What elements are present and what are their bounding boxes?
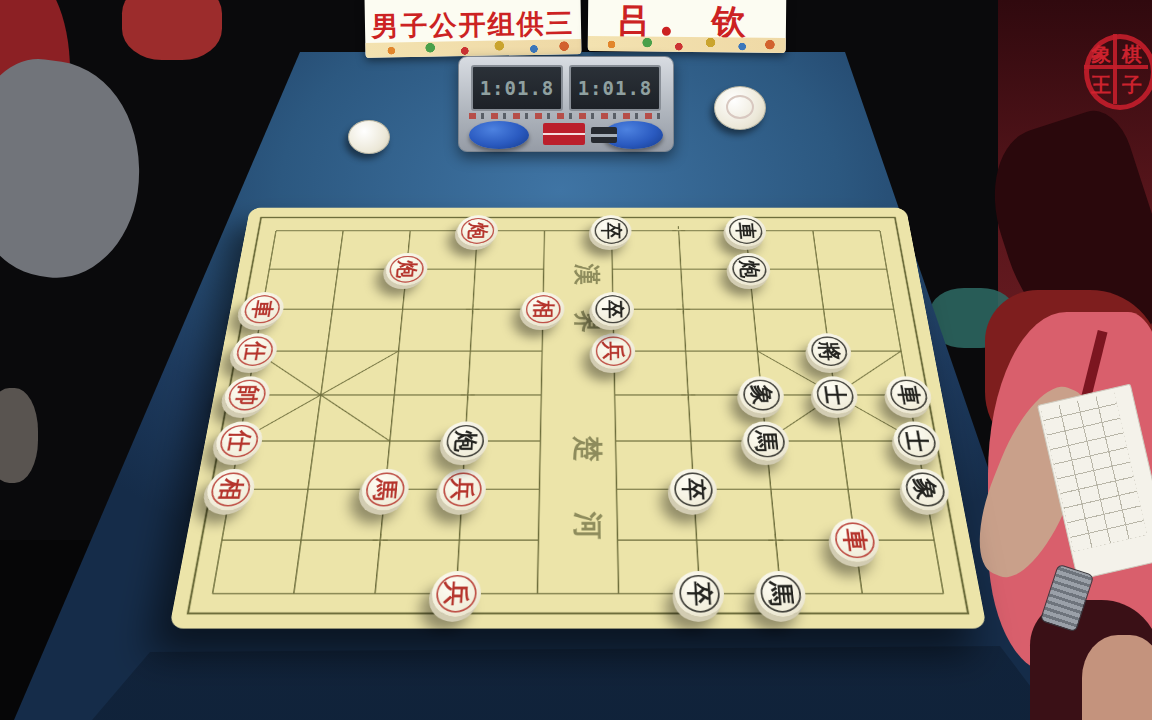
piece-character: 士 [903,431,931,452]
name-plate-right: 吕 钦 [588,0,787,53]
piece-character: 士 [822,385,848,405]
piece-character: 仕 [225,431,253,452]
svg-text:漢: 漢 [572,263,603,286]
piece-character: 仕 [242,342,269,361]
piece-character: 卒 [602,300,625,318]
player-right-knee [1082,635,1152,720]
seal-char: 棋 [1122,41,1142,68]
piece-character: 卒 [686,581,714,606]
piece-character: 卒 [681,478,707,500]
piece-character: 車 [895,385,922,405]
piece-character: 馬 [753,431,779,452]
piece-character: 相 [531,300,554,318]
spectator-hand-left [0,388,38,483]
piece-character: 車 [249,300,275,318]
name-plate-left: 男子公开组供三 [364,0,581,58]
piece-character: 象 [911,478,940,500]
piece-character: 將 [816,342,842,361]
piece-character: 炮 [738,260,762,278]
seal-cross [1113,34,1117,104]
piece-character: 車 [841,529,870,552]
xiangqi-piece-red[interactable]: 相 [521,292,564,326]
piece-character: 帥 [234,385,261,405]
piece-character: 炮 [394,260,418,278]
piece-character: 馬 [767,581,796,606]
piece-character: 相 [216,478,245,500]
seal-char: 象 [1091,41,1111,68]
piece-character: 炮 [466,222,489,239]
piece-character: 兵 [602,342,626,361]
red-dot-decoration [662,27,671,36]
svg-text:楚: 楚 [571,435,605,462]
confetti-decoration [588,36,786,53]
board-grid: 漢界楚河 [169,208,987,629]
broadcast-seal-logo: 象 棋 王 子 [1082,22,1150,114]
piece-character: 卒 [601,222,623,239]
photo-stage: 男子公开组供三 吕 钦 1:01.8 1:01.8 漢界楚河 炮炮車相仕帥仕相馬… [0,0,1152,720]
piece-character: 馬 [371,478,398,500]
piece-character: 炮 [452,431,478,452]
seal-char: 王 [1091,72,1111,99]
board-perspective-wrap: 漢界楚河 炮炮車相仕帥仕相馬兵兵兵車卒車炮卒將士車象士馬炮卒象卒馬 [118,75,1038,695]
piece-character: 兵 [449,478,475,500]
xiangqi-board: 漢界楚河 炮炮車相仕帥仕相馬兵兵兵車卒車炮卒將士車象士馬炮卒象卒馬 [169,208,987,629]
piece-character: 車 [734,222,757,239]
piece-character: 兵 [442,581,470,606]
svg-text:河: 河 [571,511,606,540]
spectator-red-shirt-top [122,0,222,60]
piece-character: 象 [749,385,775,405]
seal-char: 子 [1122,72,1142,99]
